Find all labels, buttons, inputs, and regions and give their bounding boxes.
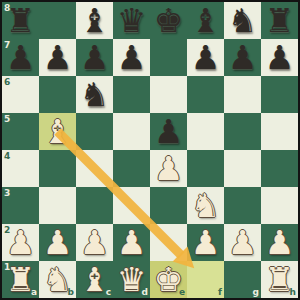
black-pawn-icon[interactable]: ♟ <box>191 39 221 76</box>
white-pawn-icon[interactable]: ♟ <box>43 224 73 261</box>
black-knight-icon[interactable]: ♞ <box>228 2 258 39</box>
file-label-f: f <box>218 288 222 297</box>
square-c4[interactable] <box>76 150 113 187</box>
square-a1[interactable]: 1a♜ <box>2 261 39 298</box>
square-d2[interactable]: ♟ <box>113 224 150 261</box>
square-b1[interactable]: b♞ <box>39 261 76 298</box>
square-a4[interactable]: 4 <box>2 150 39 187</box>
square-a6[interactable]: 6 <box>2 76 39 113</box>
square-f5[interactable] <box>187 113 224 150</box>
square-c6[interactable]: ♞ <box>76 76 113 113</box>
black-bishop-icon[interactable]: ♝ <box>191 2 221 39</box>
square-c3[interactable] <box>76 187 113 224</box>
square-a8[interactable]: 8♜ <box>2 2 39 39</box>
square-c2[interactable]: ♟ <box>76 224 113 261</box>
square-e5[interactable]: ♟ <box>150 113 187 150</box>
black-knight-icon[interactable]: ♞ <box>80 76 110 113</box>
square-g1[interactable]: g <box>224 261 261 298</box>
square-d3[interactable] <box>113 187 150 224</box>
black-rook-icon[interactable]: ♜ <box>265 2 295 39</box>
black-pawn-icon[interactable]: ♟ <box>265 39 295 76</box>
white-pawn-icon[interactable]: ♟ <box>191 224 221 261</box>
square-a2[interactable]: 2♟ <box>2 224 39 261</box>
white-pawn-icon[interactable]: ♟ <box>154 150 184 187</box>
black-pawn-icon[interactable]: ♟ <box>154 113 184 150</box>
square-f2[interactable]: ♟ <box>187 224 224 261</box>
square-a3[interactable]: 3 <box>2 187 39 224</box>
square-b5[interactable]: ♝ <box>39 113 76 150</box>
square-g7[interactable]: ♟ <box>224 39 261 76</box>
chess-board-screenshot: 8♜♝♛♚♝♞♜7♟♟♟♟♟♟♟6♞5♝♟4♟3♞2♟♟♟♟♟♟♟1a♜b♞c♝… <box>0 0 300 300</box>
chess-board: 8♜♝♛♚♝♞♜7♟♟♟♟♟♟♟6♞5♝♟4♟3♞2♟♟♟♟♟♟♟1a♜b♞c♝… <box>2 2 298 298</box>
black-pawn-icon[interactable]: ♟ <box>228 39 258 76</box>
rank-label-1: 1 <box>4 263 10 272</box>
square-g8[interactable]: ♞ <box>224 2 261 39</box>
rank-label-8: 8 <box>4 4 10 13</box>
square-e1[interactable]: e♚ <box>150 261 187 298</box>
white-pawn-icon[interactable]: ♟ <box>117 224 147 261</box>
black-pawn-icon[interactable]: ♟ <box>43 39 73 76</box>
square-g5[interactable] <box>224 113 261 150</box>
square-f3[interactable]: ♞ <box>187 187 224 224</box>
white-knight-icon[interactable]: ♞ <box>191 187 221 224</box>
file-label-g: g <box>253 288 259 297</box>
square-h6[interactable] <box>261 76 298 113</box>
square-d4[interactable] <box>113 150 150 187</box>
square-f1[interactable]: f <box>187 261 224 298</box>
square-b2[interactable]: ♟ <box>39 224 76 261</box>
square-b4[interactable] <box>39 150 76 187</box>
rank-label-4: 4 <box>4 152 10 161</box>
square-e6[interactable] <box>150 76 187 113</box>
square-d1[interactable]: d♛ <box>113 261 150 298</box>
square-b8[interactable] <box>39 2 76 39</box>
square-c1[interactable]: c♝ <box>76 261 113 298</box>
rank-label-2: 2 <box>4 226 10 235</box>
square-e8[interactable]: ♚ <box>150 2 187 39</box>
file-label-d: d <box>142 288 148 297</box>
square-e4[interactable]: ♟ <box>150 150 187 187</box>
white-pawn-icon[interactable]: ♟ <box>265 224 295 261</box>
square-d5[interactable] <box>113 113 150 150</box>
square-d7[interactable]: ♟ <box>113 39 150 76</box>
square-g2[interactable]: ♟ <box>224 224 261 261</box>
square-h7[interactable]: ♟ <box>261 39 298 76</box>
file-label-b: b <box>68 288 74 297</box>
square-h8[interactable]: ♜ <box>261 2 298 39</box>
square-e7[interactable] <box>150 39 187 76</box>
rank-label-5: 5 <box>4 115 10 124</box>
black-king-icon[interactable]: ♚ <box>154 2 184 39</box>
square-g4[interactable] <box>224 150 261 187</box>
square-h5[interactable] <box>261 113 298 150</box>
square-b6[interactable] <box>39 76 76 113</box>
square-d6[interactable] <box>113 76 150 113</box>
file-label-e: e <box>179 288 185 297</box>
square-a7[interactable]: 7♟ <box>2 39 39 76</box>
square-b7[interactable]: ♟ <box>39 39 76 76</box>
square-h3[interactable] <box>261 187 298 224</box>
square-e2[interactable] <box>150 224 187 261</box>
square-h1[interactable]: h♜ <box>261 261 298 298</box>
white-bishop-icon[interactable]: ♝ <box>43 113 73 150</box>
square-c7[interactable]: ♟ <box>76 39 113 76</box>
square-d8[interactable]: ♛ <box>113 2 150 39</box>
white-pawn-icon[interactable]: ♟ <box>80 224 110 261</box>
rank-label-3: 3 <box>4 189 10 198</box>
square-c5[interactable] <box>76 113 113 150</box>
square-c8[interactable]: ♝ <box>76 2 113 39</box>
square-b3[interactable] <box>39 187 76 224</box>
square-e3[interactable] <box>150 187 187 224</box>
file-label-a: a <box>31 288 37 297</box>
rank-label-7: 7 <box>4 41 10 50</box>
black-pawn-icon[interactable]: ♟ <box>80 39 110 76</box>
file-label-c: c <box>106 288 111 297</box>
square-g6[interactable] <box>224 76 261 113</box>
rank-label-6: 6 <box>4 78 10 87</box>
square-f7[interactable]: ♟ <box>187 39 224 76</box>
square-f8[interactable]: ♝ <box>187 2 224 39</box>
square-a5[interactable]: 5 <box>2 113 39 150</box>
black-bishop-icon[interactable]: ♝ <box>80 2 110 39</box>
square-h4[interactable] <box>261 150 298 187</box>
square-f4[interactable] <box>187 150 224 187</box>
square-h2[interactable]: ♟ <box>261 224 298 261</box>
square-g3[interactable] <box>224 187 261 224</box>
black-pawn-icon[interactable]: ♟ <box>117 39 147 76</box>
square-f6[interactable] <box>187 76 224 113</box>
file-label-h: h <box>290 288 296 297</box>
black-queen-icon[interactable]: ♛ <box>117 2 147 39</box>
white-pawn-icon[interactable]: ♟ <box>228 224 258 261</box>
